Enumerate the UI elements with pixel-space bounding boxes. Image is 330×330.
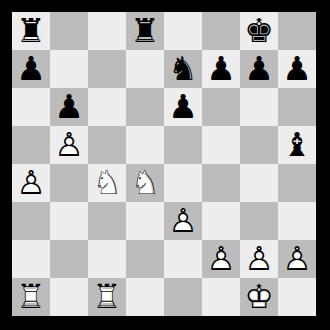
square-g7[interactable]: ♟ bbox=[240, 50, 278, 88]
piece-white-pawn[interactable]: ♟♙ bbox=[202, 240, 240, 278]
square-f1[interactable] bbox=[202, 278, 240, 316]
square-g4[interactable] bbox=[240, 164, 278, 202]
square-c7[interactable] bbox=[88, 50, 126, 88]
white-piece-outline: ♔ bbox=[240, 278, 278, 316]
square-g1[interactable]: ♚♔ bbox=[240, 278, 278, 316]
black-piece-glyph: ♟ bbox=[164, 88, 202, 126]
piece-white-knight[interactable]: ♞♘ bbox=[88, 164, 126, 202]
chess-screenshot-root: { "game": "chess", "position": "r2r2k1/p… bbox=[0, 0, 330, 330]
black-piece-glyph: ♞ bbox=[164, 50, 202, 88]
square-a6[interactable] bbox=[12, 88, 50, 126]
square-h6[interactable] bbox=[278, 88, 316, 126]
piece-white-rook[interactable]: ♜♖ bbox=[88, 278, 126, 316]
square-b2[interactable] bbox=[50, 240, 88, 278]
square-e2[interactable] bbox=[164, 240, 202, 278]
square-d2[interactable] bbox=[126, 240, 164, 278]
black-piece-glyph: ♟ bbox=[278, 50, 316, 88]
square-b3[interactable] bbox=[50, 202, 88, 240]
square-f4[interactable] bbox=[202, 164, 240, 202]
square-g8[interactable]: ♚ bbox=[240, 12, 278, 50]
square-c8[interactable] bbox=[88, 12, 126, 50]
square-a5[interactable] bbox=[12, 126, 50, 164]
square-c2[interactable] bbox=[88, 240, 126, 278]
square-h3[interactable] bbox=[278, 202, 316, 240]
white-piece-outline: ♘ bbox=[126, 164, 164, 202]
piece-black-rook[interactable]: ♜ bbox=[12, 12, 50, 50]
square-g2[interactable]: ♟♙ bbox=[240, 240, 278, 278]
chessboard: ♜♜♚♟♞♟♟♟♟♟♟♙♝♟♙♞♘♞♘♟♙♟♙♟♙♟♙♜♖♜♖♚♔ bbox=[12, 12, 316, 316]
square-f5[interactable] bbox=[202, 126, 240, 164]
square-e6[interactable]: ♟ bbox=[164, 88, 202, 126]
square-f7[interactable]: ♟ bbox=[202, 50, 240, 88]
piece-white-knight[interactable]: ♞♘ bbox=[126, 164, 164, 202]
square-h4[interactable] bbox=[278, 164, 316, 202]
square-a4[interactable]: ♟♙ bbox=[12, 164, 50, 202]
square-c6[interactable] bbox=[88, 88, 126, 126]
square-a8[interactable]: ♜ bbox=[12, 12, 50, 50]
piece-black-pawn[interactable]: ♟ bbox=[164, 88, 202, 126]
white-piece-outline: ♖ bbox=[88, 278, 126, 316]
white-piece-outline: ♙ bbox=[12, 164, 50, 202]
square-a2[interactable] bbox=[12, 240, 50, 278]
square-d8[interactable]: ♜ bbox=[126, 12, 164, 50]
piece-black-bishop[interactable]: ♝ bbox=[278, 126, 316, 164]
piece-black-pawn[interactable]: ♟ bbox=[240, 50, 278, 88]
square-c4[interactable]: ♞♘ bbox=[88, 164, 126, 202]
black-piece-glyph: ♜ bbox=[126, 12, 164, 50]
square-e1[interactable] bbox=[164, 278, 202, 316]
square-f2[interactable]: ♟♙ bbox=[202, 240, 240, 278]
square-a1[interactable]: ♜♖ bbox=[12, 278, 50, 316]
piece-black-pawn[interactable]: ♟ bbox=[202, 50, 240, 88]
white-piece-outline: ♖ bbox=[12, 278, 50, 316]
piece-white-pawn[interactable]: ♟♙ bbox=[12, 164, 50, 202]
square-h1[interactable] bbox=[278, 278, 316, 316]
square-d5[interactable] bbox=[126, 126, 164, 164]
black-piece-glyph: ♚ bbox=[240, 12, 278, 50]
square-b8[interactable] bbox=[50, 12, 88, 50]
square-a7[interactable]: ♟ bbox=[12, 50, 50, 88]
piece-black-pawn[interactable]: ♟ bbox=[50, 88, 88, 126]
square-e8[interactable] bbox=[164, 12, 202, 50]
square-f6[interactable] bbox=[202, 88, 240, 126]
square-g5[interactable] bbox=[240, 126, 278, 164]
square-f8[interactable] bbox=[202, 12, 240, 50]
square-f3[interactable] bbox=[202, 202, 240, 240]
piece-white-king[interactable]: ♚♔ bbox=[240, 278, 278, 316]
piece-black-pawn[interactable]: ♟ bbox=[12, 50, 50, 88]
square-h8[interactable] bbox=[278, 12, 316, 50]
square-c1[interactable]: ♜♖ bbox=[88, 278, 126, 316]
white-piece-outline: ♙ bbox=[278, 240, 316, 278]
piece-black-king[interactable]: ♚ bbox=[240, 12, 278, 50]
square-g6[interactable] bbox=[240, 88, 278, 126]
white-piece-outline: ♙ bbox=[164, 202, 202, 240]
piece-black-rook[interactable]: ♜ bbox=[126, 12, 164, 50]
square-g3[interactable] bbox=[240, 202, 278, 240]
black-piece-glyph: ♟ bbox=[202, 50, 240, 88]
square-b1[interactable] bbox=[50, 278, 88, 316]
piece-white-pawn[interactable]: ♟♙ bbox=[240, 240, 278, 278]
square-e4[interactable] bbox=[164, 164, 202, 202]
white-piece-outline: ♙ bbox=[50, 126, 88, 164]
black-piece-glyph: ♟ bbox=[240, 50, 278, 88]
square-d4[interactable]: ♞♘ bbox=[126, 164, 164, 202]
piece-white-rook[interactable]: ♜♖ bbox=[12, 278, 50, 316]
square-e3[interactable]: ♟♙ bbox=[164, 202, 202, 240]
square-e7[interactable]: ♞ bbox=[164, 50, 202, 88]
piece-black-knight[interactable]: ♞ bbox=[164, 50, 202, 88]
square-h7[interactable]: ♟ bbox=[278, 50, 316, 88]
square-c3[interactable] bbox=[88, 202, 126, 240]
square-e5[interactable] bbox=[164, 126, 202, 164]
square-d3[interactable] bbox=[126, 202, 164, 240]
square-h5[interactable]: ♝ bbox=[278, 126, 316, 164]
board-frame: ♜♜♚♟♞♟♟♟♟♟♟♙♝♟♙♞♘♞♘♟♙♟♙♟♙♟♙♜♖♜♖♚♔ bbox=[0, 0, 330, 330]
white-piece-outline: ♙ bbox=[240, 240, 278, 278]
square-b7[interactable] bbox=[50, 50, 88, 88]
square-c5[interactable] bbox=[88, 126, 126, 164]
square-h2[interactable]: ♟♙ bbox=[278, 240, 316, 278]
square-b4[interactable] bbox=[50, 164, 88, 202]
square-b5[interactable]: ♟♙ bbox=[50, 126, 88, 164]
square-d1[interactable] bbox=[126, 278, 164, 316]
square-a3[interactable] bbox=[12, 202, 50, 240]
square-b6[interactable]: ♟ bbox=[50, 88, 88, 126]
piece-white-pawn[interactable]: ♟♙ bbox=[50, 126, 88, 164]
square-d6[interactable] bbox=[126, 88, 164, 126]
black-piece-glyph: ♟ bbox=[50, 88, 88, 126]
white-piece-outline: ♙ bbox=[202, 240, 240, 278]
black-piece-glyph: ♟ bbox=[12, 50, 50, 88]
white-piece-outline: ♘ bbox=[88, 164, 126, 202]
piece-white-pawn[interactable]: ♟♙ bbox=[164, 202, 202, 240]
square-d7[interactable] bbox=[126, 50, 164, 88]
black-piece-glyph: ♝ bbox=[278, 126, 316, 164]
piece-black-pawn[interactable]: ♟ bbox=[278, 50, 316, 88]
piece-white-pawn[interactable]: ♟♙ bbox=[278, 240, 316, 278]
black-piece-glyph: ♜ bbox=[12, 12, 50, 50]
